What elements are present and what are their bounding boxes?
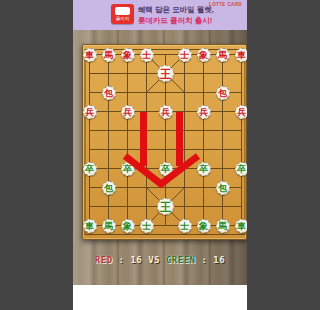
ad-copy: 혜택 담은 모바일 월렛, 롯데카드 클러치 출시! — [138, 4, 214, 26]
ad-line-1: 혜택 담은 모바일 월렛, — [138, 4, 214, 15]
janggi-board[interactable]: 車馬象士士象馬車王包包兵兵兵兵兵卒卒卒卒卒包包王車馬象士士象馬車 — [82, 44, 247, 240]
piece-red-soldier[interactable]: 兵 — [121, 105, 135, 119]
piece-green-soldier[interactable]: 卒 — [159, 162, 173, 176]
piece-red-horse[interactable]: 馬 — [102, 48, 116, 62]
card-icon-label: 클러치 — [111, 16, 134, 22]
piece-green-guard[interactable]: 士 — [140, 219, 154, 233]
piece-green-cannon[interactable]: 包 — [216, 181, 230, 195]
piece-green-horse[interactable]: 馬 — [102, 219, 116, 233]
card-face — [115, 7, 130, 15]
red-label: RED — [95, 255, 113, 265]
piece-green-general[interactable]: 王 — [157, 198, 174, 215]
piece-green-soldier[interactable]: 卒 — [235, 162, 248, 176]
ad-line-2: 롯데카드 클러치 출시! — [138, 15, 214, 26]
piece-red-horse[interactable]: 馬 — [216, 48, 230, 62]
scoreboard: RED : 16 VS GREEN : 16 — [73, 255, 247, 265]
piece-red-guard[interactable]: 士 — [140, 48, 154, 62]
piece-green-soldier[interactable]: 卒 — [197, 162, 211, 176]
piece-red-soldier[interactable]: 兵 — [197, 105, 211, 119]
piece-red-soldier[interactable]: 兵 — [235, 105, 248, 119]
piece-green-guard[interactable]: 士 — [178, 219, 192, 233]
vs-label: VS — [148, 255, 160, 265]
piece-red-guard[interactable]: 士 — [178, 48, 192, 62]
red-card-icon: 클러치 — [111, 4, 134, 24]
red-score: 16 — [130, 255, 142, 265]
piece-red-soldier[interactable]: 兵 — [83, 105, 97, 119]
piece-red-chariot[interactable]: 車 — [83, 48, 97, 62]
piece-red-cannon[interactable]: 包 — [216, 86, 230, 100]
piece-green-horse[interactable]: 馬 — [216, 219, 230, 233]
app-screen: 클러치 혜택 담은 모바일 월렛, 롯데카드 클러치 출시! LOTTE CAR… — [73, 0, 247, 310]
green-label: GREEN — [166, 255, 196, 265]
piece-green-cannon[interactable]: 包 — [102, 181, 116, 195]
sep-1: : — [119, 255, 125, 265]
piece-red-elephant[interactable]: 象 — [121, 48, 135, 62]
piece-red-cannon[interactable]: 包 — [102, 86, 116, 100]
piece-green-soldier[interactable]: 卒 — [121, 162, 135, 176]
piece-green-soldier[interactable]: 卒 — [83, 162, 97, 176]
piece-red-soldier[interactable]: 兵 — [159, 105, 173, 119]
piece-red-chariot[interactable]: 車 — [235, 48, 248, 62]
ad-banner[interactable]: 클러치 혜택 담은 모바일 월렛, 롯데카드 클러치 출시! LOTTE CAR… — [73, 0, 247, 30]
piece-green-elephant[interactable]: 象 — [197, 219, 211, 233]
pieces-layer: 車馬象士士象馬車王包包兵兵兵兵兵卒卒卒卒卒包包王車馬象士士象馬車 — [83, 45, 246, 239]
piece-red-elephant[interactable]: 象 — [197, 48, 211, 62]
piece-green-chariot[interactable]: 車 — [235, 219, 248, 233]
bottom-blank-strip — [73, 285, 247, 310]
green-score: 16 — [213, 255, 225, 265]
piece-red-general[interactable]: 王 — [157, 65, 174, 82]
piece-green-chariot[interactable]: 車 — [83, 219, 97, 233]
sep-2: : — [201, 255, 207, 265]
ad-brand-logo: LOTTE CARD — [209, 2, 242, 7]
piece-green-elephant[interactable]: 象 — [121, 219, 135, 233]
